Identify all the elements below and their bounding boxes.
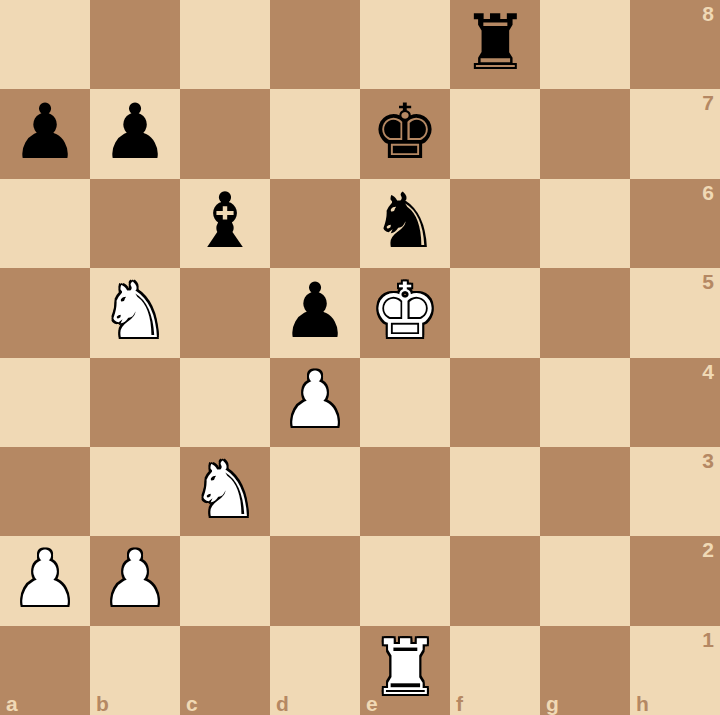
square-b4[interactable] (90, 358, 180, 447)
square-e5[interactable]: ♚ (360, 268, 450, 357)
square-e7[interactable]: ♚ (360, 89, 450, 178)
file-label-b: b (96, 693, 109, 714)
square-f5[interactable] (450, 268, 540, 357)
square-g4[interactable] (540, 358, 630, 447)
square-a7[interactable]: ♟ (0, 89, 90, 178)
square-b5[interactable]: ♞ (90, 268, 180, 357)
square-e4[interactable] (360, 358, 450, 447)
square-b1[interactable]: b (90, 626, 180, 715)
square-g6[interactable] (540, 179, 630, 268)
white-rook[interactable]: ♜ (371, 630, 439, 706)
square-g1[interactable]: g (540, 626, 630, 715)
square-b6[interactable] (90, 179, 180, 268)
square-c7[interactable] (180, 89, 270, 178)
file-label-f: f (456, 693, 463, 714)
black-king[interactable]: ♚ (371, 94, 439, 170)
black-pawn[interactable]: ♟ (101, 94, 169, 170)
square-h6[interactable]: 6 (630, 179, 720, 268)
square-f6[interactable] (450, 179, 540, 268)
square-c2[interactable] (180, 536, 270, 625)
square-b3[interactable] (90, 447, 180, 536)
rank-label-5: 5 (702, 271, 714, 292)
white-knight[interactable]: ♞ (191, 452, 259, 528)
square-g8[interactable] (540, 0, 630, 89)
square-a4[interactable] (0, 358, 90, 447)
square-e1[interactable]: e♜ (360, 626, 450, 715)
square-e2[interactable] (360, 536, 450, 625)
rank-label-3: 3 (702, 450, 714, 471)
rank-label-4: 4 (702, 361, 714, 382)
square-a8[interactable] (0, 0, 90, 89)
square-e3[interactable] (360, 447, 450, 536)
rank-label-7: 7 (702, 92, 714, 113)
square-c4[interactable] (180, 358, 270, 447)
square-d4[interactable]: ♟ (270, 358, 360, 447)
square-h1[interactable]: 1h (630, 626, 720, 715)
square-d6[interactable] (270, 179, 360, 268)
square-e8[interactable] (360, 0, 450, 89)
file-label-a: a (6, 693, 18, 714)
square-h3[interactable]: 3 (630, 447, 720, 536)
square-c8[interactable] (180, 0, 270, 89)
black-bishop[interactable]: ♝ (191, 183, 259, 259)
white-pawn[interactable]: ♟ (281, 362, 349, 438)
square-h2[interactable]: 2 (630, 536, 720, 625)
white-pawn[interactable]: ♟ (101, 541, 169, 617)
square-f4[interactable] (450, 358, 540, 447)
square-b7[interactable]: ♟ (90, 89, 180, 178)
square-b8[interactable] (90, 0, 180, 89)
square-a1[interactable]: a (0, 626, 90, 715)
square-c1[interactable]: c (180, 626, 270, 715)
square-f3[interactable] (450, 447, 540, 536)
file-label-g: g (546, 693, 559, 714)
file-label-h: h (636, 693, 649, 714)
white-pawn[interactable]: ♟ (11, 541, 79, 617)
square-g7[interactable] (540, 89, 630, 178)
square-f1[interactable]: f (450, 626, 540, 715)
square-h7[interactable]: 7 (630, 89, 720, 178)
square-h4[interactable]: 4 (630, 358, 720, 447)
black-pawn[interactable]: ♟ (11, 94, 79, 170)
square-a6[interactable] (0, 179, 90, 268)
square-h8[interactable]: 8 (630, 0, 720, 89)
square-e6[interactable]: ♞ (360, 179, 450, 268)
white-king[interactable]: ♚ (371, 273, 439, 349)
rank-label-6: 6 (702, 182, 714, 203)
file-label-c: c (186, 693, 198, 714)
square-c6[interactable]: ♝ (180, 179, 270, 268)
square-a2[interactable]: ♟ (0, 536, 90, 625)
square-h5[interactable]: 5 (630, 268, 720, 357)
square-a5[interactable] (0, 268, 90, 357)
square-a3[interactable] (0, 447, 90, 536)
rank-label-2: 2 (702, 539, 714, 560)
square-d7[interactable] (270, 89, 360, 178)
square-d2[interactable] (270, 536, 360, 625)
square-d8[interactable] (270, 0, 360, 89)
square-b2[interactable]: ♟ (90, 536, 180, 625)
black-pawn[interactable]: ♟ (281, 273, 349, 349)
square-d5[interactable]: ♟ (270, 268, 360, 357)
square-d3[interactable] (270, 447, 360, 536)
square-g2[interactable] (540, 536, 630, 625)
rank-label-8: 8 (702, 3, 714, 24)
square-c5[interactable] (180, 268, 270, 357)
file-label-d: d (276, 693, 289, 714)
square-d1[interactable]: d (270, 626, 360, 715)
black-rook[interactable]: ♜ (461, 5, 529, 81)
square-f7[interactable] (450, 89, 540, 178)
white-knight[interactable]: ♞ (101, 273, 169, 349)
square-g3[interactable] (540, 447, 630, 536)
black-knight[interactable]: ♞ (371, 183, 439, 259)
chess-board: ♜8♟♟♚7♝♞6♞♟♚5♟4♞3♟♟2abcde♜fg1h (0, 0, 720, 715)
square-f8[interactable]: ♜ (450, 0, 540, 89)
square-c3[interactable]: ♞ (180, 447, 270, 536)
rank-label-1: 1 (702, 629, 714, 650)
square-g5[interactable] (540, 268, 630, 357)
square-f2[interactable] (450, 536, 540, 625)
